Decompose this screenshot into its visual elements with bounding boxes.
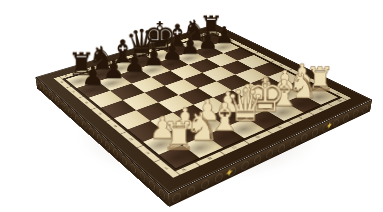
black-pawn-glyph: ♟ bbox=[71, 63, 115, 89]
white-rook-glyph: ♜ bbox=[153, 117, 206, 156]
coord-label: 6 bbox=[78, 96, 97, 109]
photo-scene: ABCDEFGH ABCDEFGH 87654321 87654321 ♜♞♝♛… bbox=[0, 0, 383, 212]
chess-board: ABCDEFGH ABCDEFGH 87654321 87654321 ♜♞♝♛… bbox=[35, 24, 372, 193]
brass-clasp-icon: ✦ bbox=[325, 119, 333, 132]
brass-clasp-icon: ✦ bbox=[225, 165, 234, 180]
